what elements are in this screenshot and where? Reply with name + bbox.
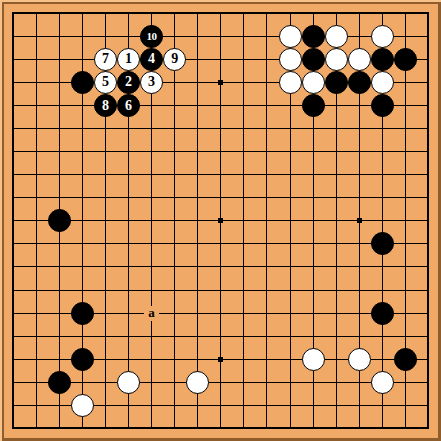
board-frame-shadow-top (2, 2, 439, 4)
board-frame-shadow-left (2, 2, 4, 439)
labels-layer: a (0, 0, 441, 441)
go-board: 12345678910 a (0, 0, 441, 441)
board-label-a: a (144, 306, 159, 321)
